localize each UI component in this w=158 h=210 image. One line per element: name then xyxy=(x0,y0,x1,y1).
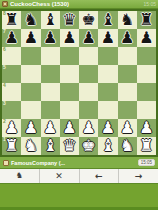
square-c2[interactable]: ♟ xyxy=(41,119,60,137)
white-rook: ♜ xyxy=(139,137,153,155)
square-b1[interactable]: ♞ xyxy=(21,137,40,155)
app-icon xyxy=(2,1,8,7)
square-d2[interactable]: ♟ xyxy=(60,119,79,137)
rank-label-2: 2 xyxy=(3,119,6,124)
black-pawn: ♟ xyxy=(139,29,153,47)
square-h7[interactable]: ♟ xyxy=(137,29,156,47)
square-f7[interactable]: ♟ xyxy=(98,29,117,47)
status-bar: FamousCompany (... 15:05 xyxy=(0,157,158,169)
square-a4[interactable]: 4 xyxy=(2,83,21,101)
square-h2[interactable]: ♟ xyxy=(137,119,156,137)
black-rook: ♜ xyxy=(4,11,18,29)
rank-label-1: 1 xyxy=(3,137,6,142)
rank-label-4: 4 xyxy=(3,83,6,88)
square-f6[interactable] xyxy=(98,47,117,65)
square-g6[interactable] xyxy=(118,47,137,65)
bottom-strip xyxy=(0,207,158,210)
square-c5[interactable] xyxy=(41,65,60,83)
square-a1[interactable]: 1♜ xyxy=(2,137,21,155)
white-pawn: ♟ xyxy=(120,119,134,137)
square-a5[interactable]: 5 xyxy=(2,65,21,83)
white-queen: ♛ xyxy=(62,137,76,155)
white-pawn: ♟ xyxy=(101,119,115,137)
square-d7[interactable]: ♟ xyxy=(60,29,79,47)
square-h5[interactable] xyxy=(137,65,156,83)
black-knight: ♞ xyxy=(120,11,134,29)
square-e3[interactable] xyxy=(79,101,98,119)
square-f3[interactable] xyxy=(98,101,117,119)
white-pawn: ♟ xyxy=(4,119,18,137)
square-c8[interactable]: ♝ xyxy=(41,11,60,29)
black-pawn: ♟ xyxy=(120,29,134,47)
white-pawn: ♟ xyxy=(24,119,38,137)
white-knight: ♞ xyxy=(24,137,38,155)
black-pawn: ♟ xyxy=(62,29,76,47)
white-bishop: ♝ xyxy=(101,137,115,155)
black-rook: ♜ xyxy=(139,11,153,29)
status-text: FamousCompany (... xyxy=(11,160,65,166)
square-f8[interactable]: ♝ xyxy=(98,11,117,29)
white-pawn: ♟ xyxy=(62,119,76,137)
square-e2[interactable]: ♟ xyxy=(79,119,98,137)
square-d4[interactable] xyxy=(60,83,79,101)
square-b8[interactable]: ♞ xyxy=(21,11,40,29)
square-f1[interactable]: ♝ xyxy=(98,137,117,155)
black-knight: ♞ xyxy=(24,11,38,29)
status-icon xyxy=(3,160,9,166)
square-f4[interactable] xyxy=(98,83,117,101)
white-rook: ♜ xyxy=(4,137,18,155)
title-bar: CuckooChess (1530) 15:05 xyxy=(0,0,158,9)
white-knight: ♞ xyxy=(120,137,134,155)
square-g5[interactable] xyxy=(118,65,137,83)
black-pawn: ♟ xyxy=(24,29,38,47)
toolbar: ♞✕←→ xyxy=(0,169,158,184)
square-e5[interactable] xyxy=(79,65,98,83)
move-forward-button[interactable]: → xyxy=(119,169,158,183)
square-f2[interactable]: ♟ xyxy=(98,119,117,137)
black-queen: ♛ xyxy=(62,11,76,29)
square-g7[interactable]: ♟ xyxy=(118,29,137,47)
square-e7[interactable]: ♟ xyxy=(79,29,98,47)
rank-label-3: 3 xyxy=(3,101,6,106)
square-c6[interactable] xyxy=(41,47,60,65)
knight-icon: ♞ xyxy=(16,169,23,183)
rank-label-7: 7 xyxy=(3,29,6,34)
square-c3[interactable] xyxy=(41,101,60,119)
square-b7[interactable]: ♟ xyxy=(21,29,40,47)
square-b5[interactable] xyxy=(21,65,40,83)
stop-button[interactable]: ✕ xyxy=(40,169,80,183)
square-b3[interactable] xyxy=(21,101,40,119)
square-d8[interactable]: ♛ xyxy=(60,11,79,29)
white-pawn: ♟ xyxy=(81,119,95,137)
black-pawn: ♟ xyxy=(81,29,95,47)
square-c1[interactable]: ♝ xyxy=(41,137,60,155)
chess-board: 8♜♞♝♛♚♝♞♜7♟♟♟♟♟♟♟♟65432♟♟♟♟♟♟♟♟1♜♞♝♛♚♝♞♜ xyxy=(0,9,158,157)
square-b2[interactable]: ♟ xyxy=(21,119,40,137)
square-e4[interactable] xyxy=(79,83,98,101)
square-a2[interactable]: 2♟ xyxy=(2,119,21,137)
square-a3[interactable]: 3 xyxy=(2,101,21,119)
square-c4[interactable] xyxy=(41,83,60,101)
white-king: ♚ xyxy=(81,137,95,155)
square-d3[interactable] xyxy=(60,101,79,119)
square-a7[interactable]: 7♟ xyxy=(2,29,21,47)
black-pawn: ♟ xyxy=(4,29,18,47)
square-e8[interactable]: ♚ xyxy=(79,11,98,29)
square-g2[interactable]: ♟ xyxy=(118,119,137,137)
square-a6[interactable]: 6 xyxy=(2,47,21,65)
square-g1[interactable]: ♞ xyxy=(118,137,137,155)
left-arrow-icon: ← xyxy=(95,169,103,183)
black-pawn: ♟ xyxy=(43,29,57,47)
right-arrow-icon: → xyxy=(135,169,143,183)
rank-label-5: 5 xyxy=(3,65,6,70)
black-bishop: ♝ xyxy=(101,11,115,29)
status-badge[interactable]: 15:05 xyxy=(138,159,155,166)
white-pawn: ♟ xyxy=(139,119,153,137)
square-h3[interactable] xyxy=(137,101,156,119)
app-title: CuckooChess (1530) xyxy=(10,0,69,9)
square-h6[interactable] xyxy=(137,47,156,65)
square-g4[interactable] xyxy=(118,83,137,101)
square-h4[interactable] xyxy=(137,83,156,101)
square-h8[interactable]: ♜ xyxy=(137,11,156,29)
square-e1[interactable]: ♚ xyxy=(79,137,98,155)
square-h1[interactable]: ♜ xyxy=(137,137,156,155)
square-f5[interactable] xyxy=(98,65,117,83)
square-a8[interactable]: 8♜ xyxy=(2,11,21,29)
rank-label-6: 6 xyxy=(3,47,6,52)
square-d1[interactable]: ♛ xyxy=(60,137,79,155)
piece-menu-button[interactable]: ♞ xyxy=(0,169,40,183)
white-bishop: ♝ xyxy=(43,137,57,155)
rank-label-8: 8 xyxy=(3,11,6,16)
square-d6[interactable] xyxy=(60,47,79,65)
white-pawn: ♟ xyxy=(43,119,57,137)
square-c7[interactable]: ♟ xyxy=(41,29,60,47)
black-king: ♚ xyxy=(81,11,95,29)
title-bar-clock: 15:05 xyxy=(143,1,156,7)
square-g8[interactable]: ♞ xyxy=(118,11,137,29)
square-b4[interactable] xyxy=(21,83,40,101)
square-b6[interactable] xyxy=(21,47,40,65)
black-pawn: ♟ xyxy=(101,29,115,47)
square-g3[interactable] xyxy=(118,101,137,119)
square-e6[interactable] xyxy=(79,47,98,65)
move-back-button[interactable]: ← xyxy=(80,169,120,183)
black-bishop: ♝ xyxy=(43,11,57,29)
square-d5[interactable] xyxy=(60,65,79,83)
close-icon: ✕ xyxy=(55,169,63,183)
